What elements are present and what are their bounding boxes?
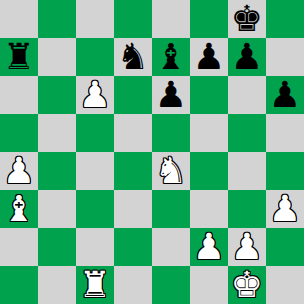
square-e4[interactable]: ♞ — [152, 152, 190, 190]
square-b1[interactable] — [38, 266, 76, 304]
square-c7[interactable] — [76, 38, 114, 76]
square-c6[interactable]: ♟ — [76, 76, 114, 114]
square-h6[interactable]: ♟ — [266, 76, 304, 114]
black-pawn-piece[interactable]: ♟ — [193, 38, 225, 76]
square-f2[interactable]: ♟ — [190, 228, 228, 266]
square-b8[interactable] — [38, 0, 76, 38]
square-d7[interactable]: ♞ — [114, 38, 152, 76]
square-b5[interactable] — [38, 114, 76, 152]
square-a3[interactable]: ♝ — [0, 190, 38, 228]
square-e8[interactable] — [152, 0, 190, 38]
white-rook-piece[interactable]: ♜ — [79, 266, 111, 304]
square-c3[interactable] — [76, 190, 114, 228]
square-d6[interactable] — [114, 76, 152, 114]
square-g3[interactable] — [228, 190, 266, 228]
square-f3[interactable] — [190, 190, 228, 228]
square-e5[interactable] — [152, 114, 190, 152]
white-pawn-piece[interactable]: ♟ — [269, 190, 301, 228]
square-e6[interactable]: ♟ — [152, 76, 190, 114]
square-b7[interactable] — [38, 38, 76, 76]
square-f5[interactable] — [190, 114, 228, 152]
square-g2[interactable]: ♟ — [228, 228, 266, 266]
chess-board: ♚♜♞♝♟♟♟♟♟♟♞♝♟♟♟♜♚ — [0, 0, 304, 304]
square-g4[interactable] — [228, 152, 266, 190]
black-knight-piece[interactable]: ♞ — [117, 38, 149, 76]
square-g6[interactable] — [228, 76, 266, 114]
square-b3[interactable] — [38, 190, 76, 228]
black-rook-piece[interactable]: ♜ — [3, 38, 35, 76]
square-e1[interactable] — [152, 266, 190, 304]
square-d4[interactable] — [114, 152, 152, 190]
white-pawn-piece[interactable]: ♟ — [79, 76, 111, 114]
square-a5[interactable] — [0, 114, 38, 152]
square-d2[interactable] — [114, 228, 152, 266]
white-king-piece[interactable]: ♚ — [231, 266, 263, 304]
square-h1[interactable] — [266, 266, 304, 304]
white-pawn-piece[interactable]: ♟ — [231, 228, 263, 266]
white-knight-piece[interactable]: ♞ — [155, 152, 187, 190]
square-f1[interactable] — [190, 266, 228, 304]
square-f4[interactable] — [190, 152, 228, 190]
square-d3[interactable] — [114, 190, 152, 228]
square-h7[interactable] — [266, 38, 304, 76]
black-pawn-piece[interactable]: ♟ — [269, 76, 301, 114]
square-g7[interactable]: ♟ — [228, 38, 266, 76]
square-h5[interactable] — [266, 114, 304, 152]
square-d1[interactable] — [114, 266, 152, 304]
square-c5[interactable] — [76, 114, 114, 152]
square-f6[interactable] — [190, 76, 228, 114]
black-king-piece[interactable]: ♚ — [231, 0, 263, 38]
white-pawn-piece[interactable]: ♟ — [3, 152, 35, 190]
square-b2[interactable] — [38, 228, 76, 266]
black-bishop-piece[interactable]: ♝ — [155, 38, 187, 76]
square-b6[interactable] — [38, 76, 76, 114]
square-a7[interactable]: ♜ — [0, 38, 38, 76]
square-c2[interactable] — [76, 228, 114, 266]
square-h3[interactable]: ♟ — [266, 190, 304, 228]
square-d5[interactable] — [114, 114, 152, 152]
square-f8[interactable] — [190, 0, 228, 38]
square-c4[interactable] — [76, 152, 114, 190]
square-h2[interactable] — [266, 228, 304, 266]
square-a1[interactable] — [0, 266, 38, 304]
square-g5[interactable] — [228, 114, 266, 152]
white-bishop-piece[interactable]: ♝ — [3, 190, 35, 228]
black-pawn-piece[interactable]: ♟ — [155, 76, 187, 114]
square-h8[interactable] — [266, 0, 304, 38]
square-a2[interactable] — [0, 228, 38, 266]
square-b4[interactable] — [38, 152, 76, 190]
white-pawn-piece[interactable]: ♟ — [193, 228, 225, 266]
square-e2[interactable] — [152, 228, 190, 266]
square-h4[interactable] — [266, 152, 304, 190]
square-g1[interactable]: ♚ — [228, 266, 266, 304]
square-c8[interactable] — [76, 0, 114, 38]
square-g8[interactable]: ♚ — [228, 0, 266, 38]
square-c1[interactable]: ♜ — [76, 266, 114, 304]
square-e7[interactable]: ♝ — [152, 38, 190, 76]
black-pawn-piece[interactable]: ♟ — [231, 38, 263, 76]
square-a4[interactable]: ♟ — [0, 152, 38, 190]
square-f7[interactable]: ♟ — [190, 38, 228, 76]
square-a6[interactable] — [0, 76, 38, 114]
square-d8[interactable] — [114, 0, 152, 38]
square-a8[interactable] — [0, 0, 38, 38]
square-e3[interactable] — [152, 190, 190, 228]
